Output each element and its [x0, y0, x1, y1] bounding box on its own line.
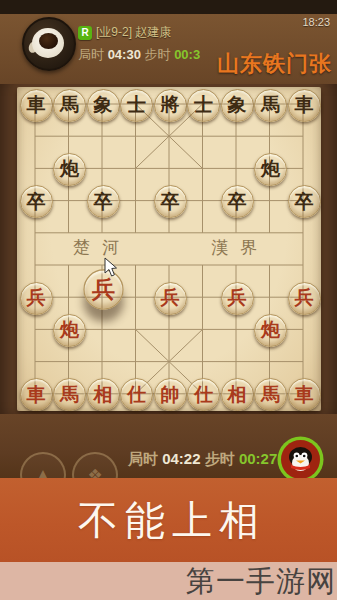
- piece-red-相-29[interactable]: 相: [87, 378, 120, 411]
- step-time-label: 步时: [145, 47, 171, 62]
- xiangqi-board[interactable]: 楚河 漢界 車馬象士將士象馬車炮炮卒卒卒卒卒兵兵兵兵兵炮炮車馬相仕帥仕相馬車: [17, 87, 321, 411]
- system-clock: 18:23: [302, 16, 330, 28]
- piece-black-炮-72[interactable]: 炮: [254, 153, 287, 186]
- piece-red-相-69[interactable]: 相: [221, 378, 254, 411]
- bottom-bar: ▲ ❖ 局时 04:22 步时 00:27: [0, 414, 337, 478]
- piece-red-炮-77[interactable]: 炮: [254, 314, 287, 347]
- game-time-label: 局时: [78, 47, 104, 62]
- piece-red-兵-86[interactable]: 兵: [288, 282, 321, 315]
- watermark-text: 第一手游网: [186, 562, 337, 600]
- piece-red-兵-06[interactable]: 兵: [20, 282, 53, 315]
- opponent-timers: 局时 04:30 步时 00:3: [78, 46, 200, 64]
- piece-black-卒-03[interactable]: 卒: [20, 185, 53, 218]
- piece-black-車-00[interactable]: 車: [20, 89, 53, 122]
- piece-black-象-20[interactable]: 象: [87, 89, 120, 122]
- piece-black-卒-63[interactable]: 卒: [221, 185, 254, 218]
- opponent-info-line: R [业9-2] 赵建康: [78, 25, 171, 40]
- step-time-label: 步时: [205, 450, 235, 467]
- game-time-value: 04:22: [162, 450, 200, 467]
- player-avatar-qq[interactable]: [277, 436, 324, 483]
- top-bar: R [业9-2] 赵建康 局时 04:30 步时 00:3 山东铁门张 18:2…: [0, 14, 337, 84]
- piece-black-士-50[interactable]: 士: [187, 89, 220, 122]
- piece-black-馬-70[interactable]: 馬: [254, 89, 287, 122]
- piece-red-帥-49[interactable]: 帥: [154, 378, 187, 411]
- piece-black-炮-12[interactable]: 炮: [53, 153, 86, 186]
- opponent-player-name: [业9-2] 赵建康: [96, 24, 171, 41]
- player-timers: 局时 04:22 步时 00:27: [128, 450, 277, 469]
- piece-black-馬-10[interactable]: 馬: [53, 89, 86, 122]
- step-time-value: 00:27: [239, 450, 277, 467]
- top-dark-band: [0, 0, 337, 14]
- rank-badge: R: [78, 26, 92, 40]
- watermark-strip: 第一手游网: [0, 562, 337, 600]
- river-label-right: 漢界: [185, 237, 295, 259]
- piece-red-兵-46[interactable]: 兵: [154, 282, 187, 315]
- piece-black-將-40[interactable]: 將: [154, 89, 187, 122]
- game-screen: R [业9-2] 赵建康 局时 04:30 步时 00:3 山东铁门张 18:2…: [0, 0, 337, 600]
- toast-message: 不能上相: [71, 493, 266, 548]
- river-label-left: 楚河: [47, 237, 157, 259]
- step-time-value: 00:3: [174, 47, 200, 62]
- piece-black-車-80[interactable]: 車: [288, 89, 321, 122]
- piece-red-炮-17[interactable]: 炮: [53, 314, 86, 347]
- piece-red-兵-66[interactable]: 兵: [221, 282, 254, 315]
- piece-red-車-09[interactable]: 車: [20, 378, 53, 411]
- piece-black-象-60[interactable]: 象: [221, 89, 254, 122]
- opponent-avatar[interactable]: [22, 17, 76, 71]
- opponent-title: 山东铁门张: [217, 49, 332, 79]
- game-time-value: 04:30: [108, 47, 141, 62]
- piece-black-卒-83[interactable]: 卒: [288, 185, 321, 218]
- piece-red-車-89[interactable]: 車: [288, 378, 321, 411]
- piece-black-士-30[interactable]: 士: [120, 89, 153, 122]
- qq-penguin-icon: [277, 436, 324, 483]
- game-time-label: 局时: [128, 450, 158, 467]
- piece-black-卒-43[interactable]: 卒: [154, 185, 187, 218]
- mouse-cursor-icon: [104, 257, 119, 278]
- board-zone: 楚河 漢界 車馬象士將士象馬車炮炮卒卒卒卒卒兵兵兵兵兵炮炮車馬相仕帥仕相馬車: [0, 84, 337, 414]
- piece-black-卒-23[interactable]: 卒: [87, 185, 120, 218]
- toast-banner: 不能上相: [0, 478, 337, 562]
